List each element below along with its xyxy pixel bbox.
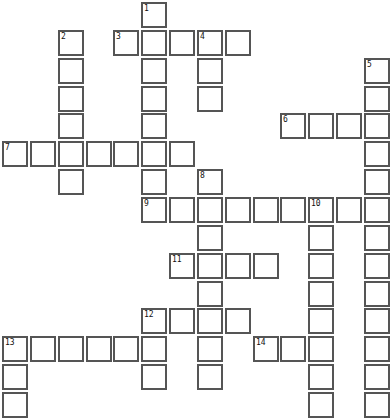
cell-r7c7[interactable] xyxy=(197,197,223,223)
cell-r13c7[interactable] xyxy=(197,364,223,390)
clue-number-2: 2 xyxy=(61,32,66,41)
cell-r9c13[interactable] xyxy=(364,253,390,279)
cell-r4c10[interactable]: 6 xyxy=(280,113,306,139)
cell-r3c7[interactable] xyxy=(197,86,223,112)
cell-r7c6[interactable] xyxy=(169,197,195,223)
cell-r9c6[interactable]: 11 xyxy=(169,253,195,279)
cell-r14c0[interactable] xyxy=(2,392,28,418)
cell-r4c13[interactable] xyxy=(364,113,390,139)
cell-r7c9[interactable] xyxy=(253,197,279,223)
cell-r5c0[interactable]: 7 xyxy=(2,141,28,167)
cell-r7c11[interactable]: 10 xyxy=(308,197,334,223)
cell-r1c7[interactable]: 4 xyxy=(197,30,223,56)
cell-r1c4[interactable]: 3 xyxy=(113,30,139,56)
cell-r5c4[interactable] xyxy=(113,141,139,167)
clue-number-5: 5 xyxy=(367,60,372,69)
cell-r12c10[interactable] xyxy=(280,336,306,362)
cell-r5c1[interactable] xyxy=(30,141,56,167)
cell-r8c11[interactable] xyxy=(308,225,334,251)
clue-number-1: 1 xyxy=(144,4,149,13)
cell-r12c1[interactable] xyxy=(30,336,56,362)
clue-number-14: 14 xyxy=(256,338,266,347)
cell-r12c11[interactable] xyxy=(308,336,334,362)
clue-number-10: 10 xyxy=(311,199,321,208)
cell-r8c7[interactable] xyxy=(197,225,223,251)
cell-r7c5[interactable]: 9 xyxy=(141,197,167,223)
cell-r10c11[interactable] xyxy=(308,281,334,307)
cell-r14c13[interactable] xyxy=(364,392,390,418)
cell-r4c2[interactable] xyxy=(58,113,84,139)
clue-number-4: 4 xyxy=(200,32,205,41)
clue-number-13: 13 xyxy=(5,338,15,347)
cell-r3c13[interactable] xyxy=(364,86,390,112)
cell-r9c9[interactable] xyxy=(253,253,279,279)
cell-r10c7[interactable] xyxy=(197,281,223,307)
cell-r2c5[interactable] xyxy=(141,58,167,84)
cell-r12c13[interactable] xyxy=(364,336,390,362)
cell-r10c13[interactable] xyxy=(364,281,390,307)
cell-r13c13[interactable] xyxy=(364,364,390,390)
cell-r4c11[interactable] xyxy=(308,113,334,139)
cell-r12c2[interactable] xyxy=(58,336,84,362)
cell-r1c6[interactable] xyxy=(169,30,195,56)
cell-r11c8[interactable] xyxy=(225,308,251,334)
cell-r11c6[interactable] xyxy=(169,308,195,334)
cell-r7c8[interactable] xyxy=(225,197,251,223)
cell-r2c13[interactable]: 5 xyxy=(364,58,390,84)
cell-r12c4[interactable] xyxy=(113,336,139,362)
cell-r12c0[interactable]: 13 xyxy=(2,336,28,362)
cell-r0c5[interactable]: 1 xyxy=(141,2,167,28)
cell-r7c10[interactable] xyxy=(280,197,306,223)
clue-number-6: 6 xyxy=(283,115,288,124)
cell-r1c5[interactable] xyxy=(141,30,167,56)
cell-r6c13[interactable] xyxy=(364,169,390,195)
cell-r8c13[interactable] xyxy=(364,225,390,251)
cell-r7c12[interactable] xyxy=(336,197,362,223)
cell-r5c6[interactable] xyxy=(169,141,195,167)
clue-number-7: 7 xyxy=(5,143,10,152)
cell-r13c5[interactable] xyxy=(141,364,167,390)
cell-r3c2[interactable] xyxy=(58,86,84,112)
cell-r12c5[interactable] xyxy=(141,336,167,362)
clue-number-11: 11 xyxy=(172,255,182,264)
crossword-board: 1234567891011121314 xyxy=(0,0,391,419)
cell-r5c5[interactable] xyxy=(141,141,167,167)
cell-r11c5[interactable]: 12 xyxy=(141,308,167,334)
cell-r5c2[interactable] xyxy=(58,141,84,167)
cell-r2c2[interactable] xyxy=(58,58,84,84)
cell-r11c13[interactable] xyxy=(364,308,390,334)
cell-r6c5[interactable] xyxy=(141,169,167,195)
cell-r9c7[interactable] xyxy=(197,253,223,279)
cell-r1c8[interactable] xyxy=(225,30,251,56)
cell-r3c5[interactable] xyxy=(141,86,167,112)
cell-r7c13[interactable] xyxy=(364,197,390,223)
cell-r1c2[interactable]: 2 xyxy=(58,30,84,56)
cell-r2c7[interactable] xyxy=(197,58,223,84)
clue-number-3: 3 xyxy=(116,32,121,41)
cell-r9c8[interactable] xyxy=(225,253,251,279)
cell-r14c11[interactable] xyxy=(308,392,334,418)
cell-r11c7[interactable] xyxy=(197,308,223,334)
cell-r9c11[interactable] xyxy=(308,253,334,279)
cell-r5c13[interactable] xyxy=(364,141,390,167)
cell-r12c7[interactable] xyxy=(197,336,223,362)
cell-r6c7[interactable]: 8 xyxy=(197,169,223,195)
clue-number-9: 9 xyxy=(144,199,149,208)
cell-r4c12[interactable] xyxy=(336,113,362,139)
clue-number-8: 8 xyxy=(200,171,205,180)
cell-r13c11[interactable] xyxy=(308,364,334,390)
cell-r6c2[interactable] xyxy=(58,169,84,195)
cell-r4c5[interactable] xyxy=(141,113,167,139)
cell-r11c11[interactable] xyxy=(308,308,334,334)
cell-r13c0[interactable] xyxy=(2,364,28,390)
cell-r12c3[interactable] xyxy=(86,336,112,362)
cell-r12c9[interactable]: 14 xyxy=(253,336,279,362)
clue-number-12: 12 xyxy=(144,310,154,319)
cell-r5c3[interactable] xyxy=(86,141,112,167)
